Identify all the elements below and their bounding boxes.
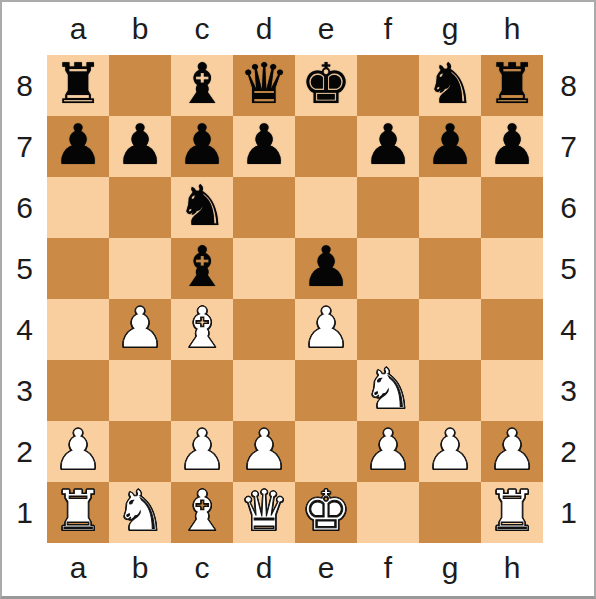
file-label-e: e	[295, 14, 357, 44]
square-a3[interactable]	[47, 360, 109, 421]
square-b7[interactable]: ♟	[109, 116, 171, 177]
square-a5[interactable]	[47, 238, 109, 299]
piece-white-rook: ♜	[53, 483, 103, 539]
rank-label-1: 1	[16, 498, 33, 528]
piece-white-pawn: ♟	[239, 422, 289, 478]
square-d3[interactable]	[233, 360, 295, 421]
piece-white-queen: ♛	[239, 483, 289, 539]
square-b6[interactable]	[109, 177, 171, 238]
square-c3[interactable]	[171, 360, 233, 421]
rank-label-2: 2	[560, 437, 577, 467]
square-a1[interactable]: ♜	[47, 482, 109, 543]
square-e7[interactable]	[295, 116, 357, 177]
square-c1[interactable]: ♝	[171, 482, 233, 543]
square-c5[interactable]: ♝	[171, 238, 233, 299]
square-d8[interactable]: ♛	[233, 55, 295, 116]
square-h7[interactable]: ♟	[481, 116, 543, 177]
square-a2[interactable]: ♟	[47, 421, 109, 482]
square-e1[interactable]: ♚	[295, 482, 357, 543]
rank-label-8: 8	[560, 71, 577, 101]
square-c4[interactable]: ♝	[171, 299, 233, 360]
square-f5[interactable]	[357, 238, 419, 299]
piece-black-queen: ♛	[239, 56, 289, 112]
piece-white-knight: ♞	[363, 361, 413, 417]
file-labels-bottom: abcdefgh	[2, 543, 594, 593]
piece-black-king: ♚	[301, 56, 351, 112]
rank-label-1: 1	[560, 498, 577, 528]
square-g8[interactable]: ♞	[419, 55, 481, 116]
square-h4[interactable]	[481, 299, 543, 360]
rank-label-4: 4	[560, 315, 577, 345]
piece-black-knight: ♞	[425, 56, 475, 112]
rank-label-2: 2	[16, 437, 33, 467]
square-h1[interactable]: ♜	[481, 482, 543, 543]
square-a8[interactable]: ♜	[47, 55, 109, 116]
piece-white-pawn: ♟	[425, 422, 475, 478]
square-d6[interactable]	[233, 177, 295, 238]
piece-white-rook: ♜	[487, 483, 537, 539]
piece-white-pawn: ♟	[115, 300, 165, 356]
square-b2[interactable]	[109, 421, 171, 482]
file-label-c: c	[171, 14, 233, 44]
square-h8[interactable]: ♜	[481, 55, 543, 116]
chess-board: ♜♝♛♚♞♜♟♟♟♟♟♟♟♞♝♟♟♝♟♞♟♟♟♟♟♟♜♞♝♛♚♜	[47, 55, 543, 543]
file-label-d: d	[233, 553, 295, 583]
square-f4[interactable]	[357, 299, 419, 360]
square-f8[interactable]	[357, 55, 419, 116]
piece-white-pawn: ♟	[301, 300, 351, 356]
square-e2[interactable]	[295, 421, 357, 482]
square-b4[interactable]: ♟	[109, 299, 171, 360]
square-a4[interactable]	[47, 299, 109, 360]
square-g6[interactable]	[419, 177, 481, 238]
square-g4[interactable]	[419, 299, 481, 360]
piece-black-pawn: ♟	[115, 117, 165, 173]
square-f1[interactable]	[357, 482, 419, 543]
file-label-b: b	[109, 553, 171, 583]
piece-black-rook: ♜	[487, 56, 537, 112]
square-e8[interactable]: ♚	[295, 55, 357, 116]
square-a6[interactable]	[47, 177, 109, 238]
square-d7[interactable]: ♟	[233, 116, 295, 177]
piece-black-pawn: ♟	[239, 117, 289, 173]
rank-labels-left: 87654321	[2, 55, 47, 543]
rank-label-6: 6	[16, 193, 33, 223]
square-h2[interactable]: ♟	[481, 421, 543, 482]
square-b1[interactable]: ♞	[109, 482, 171, 543]
piece-white-pawn: ♟	[177, 422, 227, 478]
piece-white-bishop: ♝	[177, 483, 227, 539]
square-b8[interactable]	[109, 55, 171, 116]
piece-black-pawn: ♟	[487, 117, 537, 173]
square-e4[interactable]: ♟	[295, 299, 357, 360]
rank-label-3: 3	[16, 376, 33, 406]
file-label-a: a	[47, 14, 109, 44]
square-g5[interactable]	[419, 238, 481, 299]
file-label-c: c	[171, 553, 233, 583]
piece-black-pawn: ♟	[363, 117, 413, 173]
square-e6[interactable]	[295, 177, 357, 238]
square-c6[interactable]: ♞	[171, 177, 233, 238]
square-h3[interactable]	[481, 360, 543, 421]
square-d2[interactable]: ♟	[233, 421, 295, 482]
file-labels-top: abcdefgh	[2, 2, 594, 55]
rank-label-5: 5	[560, 254, 577, 284]
square-c2[interactable]: ♟	[171, 421, 233, 482]
file-label-e: e	[295, 553, 357, 583]
piece-black-pawn: ♟	[53, 117, 103, 173]
square-f2[interactable]: ♟	[357, 421, 419, 482]
piece-white-pawn: ♟	[487, 422, 537, 478]
square-d5[interactable]	[233, 238, 295, 299]
square-a7[interactable]: ♟	[47, 116, 109, 177]
square-f6[interactable]	[357, 177, 419, 238]
file-label-h: h	[481, 14, 543, 44]
file-label-b: b	[109, 14, 171, 44]
rank-labels-right: 87654321	[543, 55, 594, 543]
square-e3[interactable]	[295, 360, 357, 421]
square-h6[interactable]	[481, 177, 543, 238]
file-label-f: f	[357, 553, 419, 583]
rank-label-7: 7	[16, 132, 33, 162]
piece-black-bishop: ♝	[177, 56, 227, 112]
square-c8[interactable]: ♝	[171, 55, 233, 116]
file-label-d: d	[233, 14, 295, 44]
square-g3[interactable]	[419, 360, 481, 421]
square-b3[interactable]	[109, 360, 171, 421]
rank-label-6: 6	[560, 193, 577, 223]
piece-black-knight: ♞	[177, 178, 227, 234]
file-label-a: a	[47, 553, 109, 583]
square-e5[interactable]: ♟	[295, 238, 357, 299]
piece-black-pawn: ♟	[177, 117, 227, 173]
piece-black-pawn: ♟	[301, 239, 351, 295]
square-d4[interactable]	[233, 299, 295, 360]
square-g2[interactable]: ♟	[419, 421, 481, 482]
file-label-f: f	[357, 14, 419, 44]
piece-white-pawn: ♟	[53, 422, 103, 478]
piece-white-pawn: ♟	[363, 422, 413, 478]
square-g7[interactable]: ♟	[419, 116, 481, 177]
piece-black-pawn: ♟	[425, 117, 475, 173]
rank-label-4: 4	[16, 315, 33, 345]
rank-label-5: 5	[16, 254, 33, 284]
file-label-g: g	[419, 553, 481, 583]
square-d1[interactable]: ♛	[233, 482, 295, 543]
board-middle-row: 87654321 ♜♝♛♚♞♜♟♟♟♟♟♟♟♞♝♟♟♝♟♞♟♟♟♟♟♟♜♞♝♛♚…	[2, 55, 594, 543]
piece-white-bishop: ♝	[177, 300, 227, 356]
rank-label-8: 8	[16, 71, 33, 101]
piece-white-king: ♚	[301, 483, 351, 539]
piece-black-rook: ♜	[53, 56, 103, 112]
square-f7[interactable]: ♟	[357, 116, 419, 177]
chessboard-diagram: abcdefgh 87654321 ♜♝♛♚♞♜♟♟♟♟♟♟♟♞♝♟♟♝♟♞♟♟…	[0, 0, 596, 599]
square-f3[interactable]: ♞	[357, 360, 419, 421]
square-c7[interactable]: ♟	[171, 116, 233, 177]
piece-white-knight: ♞	[115, 483, 165, 539]
square-g1[interactable]	[419, 482, 481, 543]
file-label-h: h	[481, 553, 543, 583]
rank-label-3: 3	[560, 376, 577, 406]
square-b5[interactable]	[109, 238, 171, 299]
rank-label-7: 7	[560, 132, 577, 162]
piece-black-bishop: ♝	[177, 239, 227, 295]
square-h5[interactable]	[481, 238, 543, 299]
file-label-g: g	[419, 14, 481, 44]
